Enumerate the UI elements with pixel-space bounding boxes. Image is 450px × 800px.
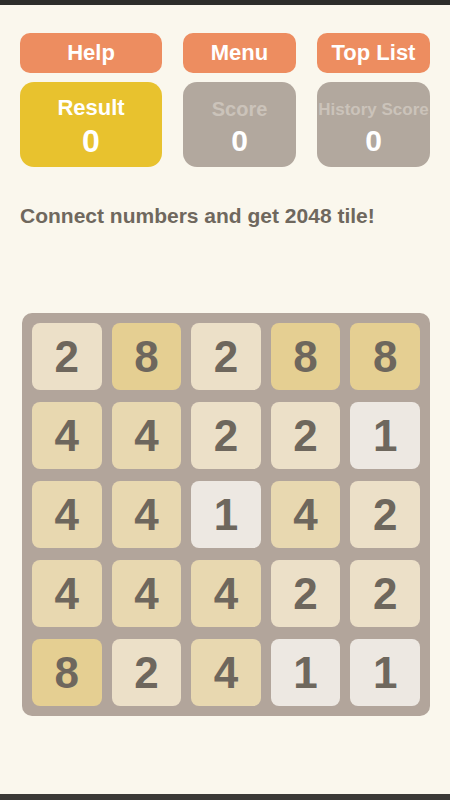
- result-box: Result 0: [20, 82, 162, 167]
- score-label: Score: [212, 98, 268, 120]
- tile-r1c4: 8: [271, 323, 341, 390]
- bottom-bar: [0, 794, 450, 800]
- tile-r3c5: 2: [350, 481, 420, 548]
- tile-r2c1: 4: [32, 402, 102, 469]
- tile-r5c5: 1: [350, 639, 420, 706]
- tile-r2c4: 2: [271, 402, 341, 469]
- menu-button[interactable]: Menu: [183, 33, 296, 73]
- tile-r1c3: 2: [191, 323, 261, 390]
- result-label: Result: [57, 96, 124, 120]
- tile-r3c2: 4: [112, 481, 182, 548]
- tile-r2c5: 1: [350, 402, 420, 469]
- help-button[interactable]: Help: [20, 33, 162, 73]
- tagline: Connect numbers and get 2048 tile!: [20, 204, 440, 228]
- tile-r5c2: 2: [112, 639, 182, 706]
- top-list-button[interactable]: Top List: [317, 33, 430, 73]
- tile-r1c1: 2: [32, 323, 102, 390]
- tile-r4c5: 2: [350, 560, 420, 627]
- tile-r4c3: 4: [191, 560, 261, 627]
- result-value: 0: [82, 124, 100, 159]
- tile-r5c4: 1: [271, 639, 341, 706]
- history-score-label: History Score: [318, 101, 429, 120]
- tile-r3c3: 1: [191, 481, 261, 548]
- tile-r4c1: 4: [32, 560, 102, 627]
- tile-r3c4: 4: [271, 481, 341, 548]
- tile-r5c3: 4: [191, 639, 261, 706]
- score-value: 0: [231, 124, 248, 157]
- status-bar: [0, 0, 450, 5]
- tile-r1c5: 8: [350, 323, 420, 390]
- tile-r4c4: 2: [271, 560, 341, 627]
- tile-r5c1: 8: [32, 639, 102, 706]
- tile-r1c2: 8: [112, 323, 182, 390]
- tile-r3c1: 4: [32, 481, 102, 548]
- history-score-box: History Score 0: [317, 82, 430, 167]
- tile-r2c3: 2: [191, 402, 261, 469]
- tile-r2c2: 4: [112, 402, 182, 469]
- tile-r4c2: 4: [112, 560, 182, 627]
- score-box: Score 0: [183, 82, 296, 167]
- history-score-value: 0: [365, 124, 382, 157]
- game-board[interactable]: 2828844221441424442282411: [22, 313, 430, 716]
